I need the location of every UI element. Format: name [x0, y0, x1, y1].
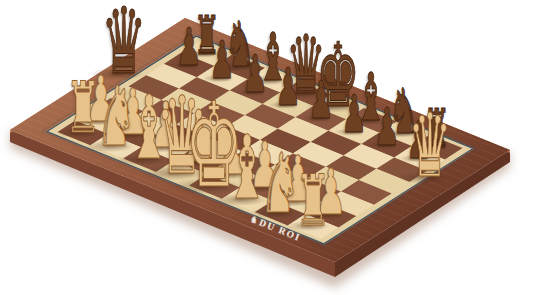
- chess-board: [0, 0, 533, 295]
- chess-set-photo: ♞ DU ROI ♜♞♝♛♚♝♞♜♟♟♟♟♟♟♟♟♟♟♟♟♟♟♟♟♜♞♝♛♚♝♞…: [0, 0, 533, 295]
